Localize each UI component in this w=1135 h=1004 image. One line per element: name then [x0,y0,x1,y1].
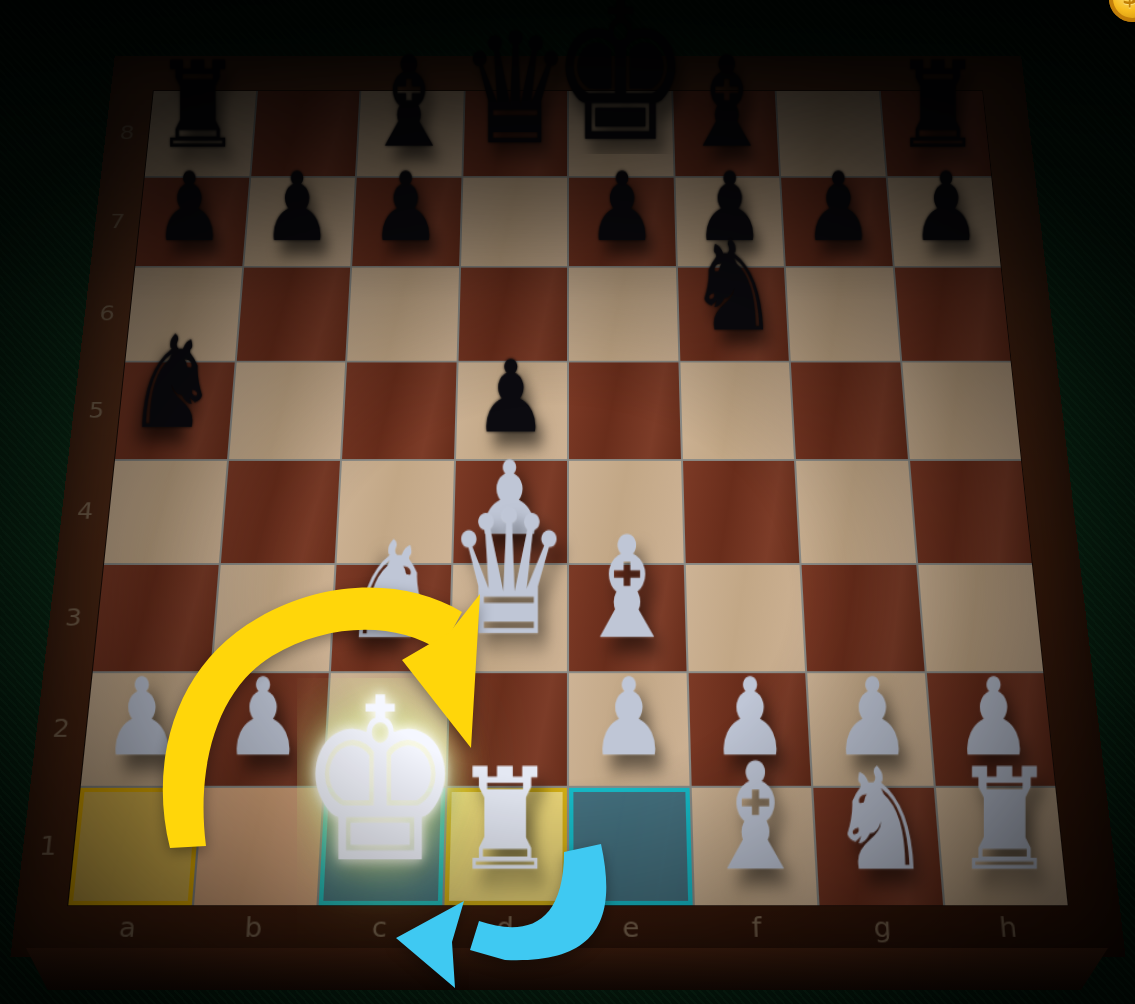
piece-black-pawn-c7[interactable]: ♟ [371,163,441,251]
piece-white-king-c1[interactable]: ♚ [298,678,464,885]
piece-white-bishop-f1[interactable]: ♝ [701,750,810,886]
piece-cell-b7: ♟ [243,177,356,267]
piece-black-pawn-g7[interactable]: ♟ [803,163,873,251]
board-front-edge [26,948,1108,990]
piece-cell-f6: ♞ [676,267,789,361]
piece-black-pawn-d5[interactable]: ♟ [475,351,548,443]
piece-white-rook-h1[interactable]: ♜ [953,756,1057,886]
scene: ♜♝♛♚♝♜♟♟♟♟♟♟♟♞♞♟♟♞♛♝♟♟♟♟♟♟♚♜♝♞♜ abcdefgh… [0,0,1135,1004]
piece-black-pawn-a7[interactable]: ♟ [154,163,224,251]
piece-white-knight-c3[interactable]: ♞ [341,530,440,653]
piece-black-knight-f6[interactable]: ♞ [688,230,780,345]
piece-cell-e7: ♟ [568,177,676,267]
piece-black-bishop-c8[interactable]: ♝ [363,46,455,161]
piece-cell-d3: ♛ [449,564,568,673]
piece-cell-c1: ♚ [318,786,446,906]
piece-white-rook-d1[interactable]: ♜ [454,756,558,886]
piece-white-queen-d3[interactable]: ♛ [445,495,572,654]
piece-black-knight-a5[interactable]: ♞ [125,325,219,443]
rank-label-8: 8 [101,90,153,176]
piece-cell-a2: ♟ [80,672,211,786]
piece-black-king-e8[interactable]: ♚ [551,0,691,161]
piece-cell-d1: ♜ [443,786,568,906]
piece-black-pawn-h7[interactable]: ♟ [912,163,982,251]
piece-cell-h7: ♟ [886,177,1002,267]
piece-black-pawn-b7[interactable]: ♟ [263,163,333,251]
piece-cell-h1: ♜ [934,786,1069,906]
chess-board: ♜♝♛♚♝♜♟♟♟♟♟♟♟♞♞♟♟♞♛♝♟♟♟♟♟♟♚♜♝♞♜ abcdefgh… [10,56,1125,957]
piece-black-rook-h8[interactable]: ♜ [894,51,982,161]
piece-cell-f1: ♝ [690,786,818,906]
piece-black-rook-a8[interactable]: ♜ [154,51,242,161]
coin-symbol: $ [1122,0,1135,9]
piece-white-pawn-b2[interactable]: ♟ [224,668,303,767]
board-pieces: ♜♝♛♚♝♜♟♟♟♟♟♟♟♞♞♟♟♞♛♝♟♟♟♟♟♟♚♜♝♞♜ [67,90,1069,906]
piece-white-bishop-e3[interactable]: ♝ [576,524,679,653]
piece-cell-e2: ♟ [568,672,690,786]
piece-white-pawn-a2[interactable]: ♟ [102,668,181,767]
piece-cell-a5: ♞ [114,361,235,460]
piece-white-knight-g1[interactable]: ♞ [828,756,932,886]
piece-cell-a7: ♟ [134,177,250,267]
piece-black-bishop-f8[interactable]: ♝ [681,46,773,161]
piece-cell-c7: ♟ [351,177,462,267]
piece-cell-g7: ♟ [780,177,893,267]
piece-black-pawn-e7[interactable]: ♟ [587,163,657,251]
piece-white-pawn-e2[interactable]: ♟ [589,668,668,767]
piece-cell-g1: ♞ [812,786,944,906]
